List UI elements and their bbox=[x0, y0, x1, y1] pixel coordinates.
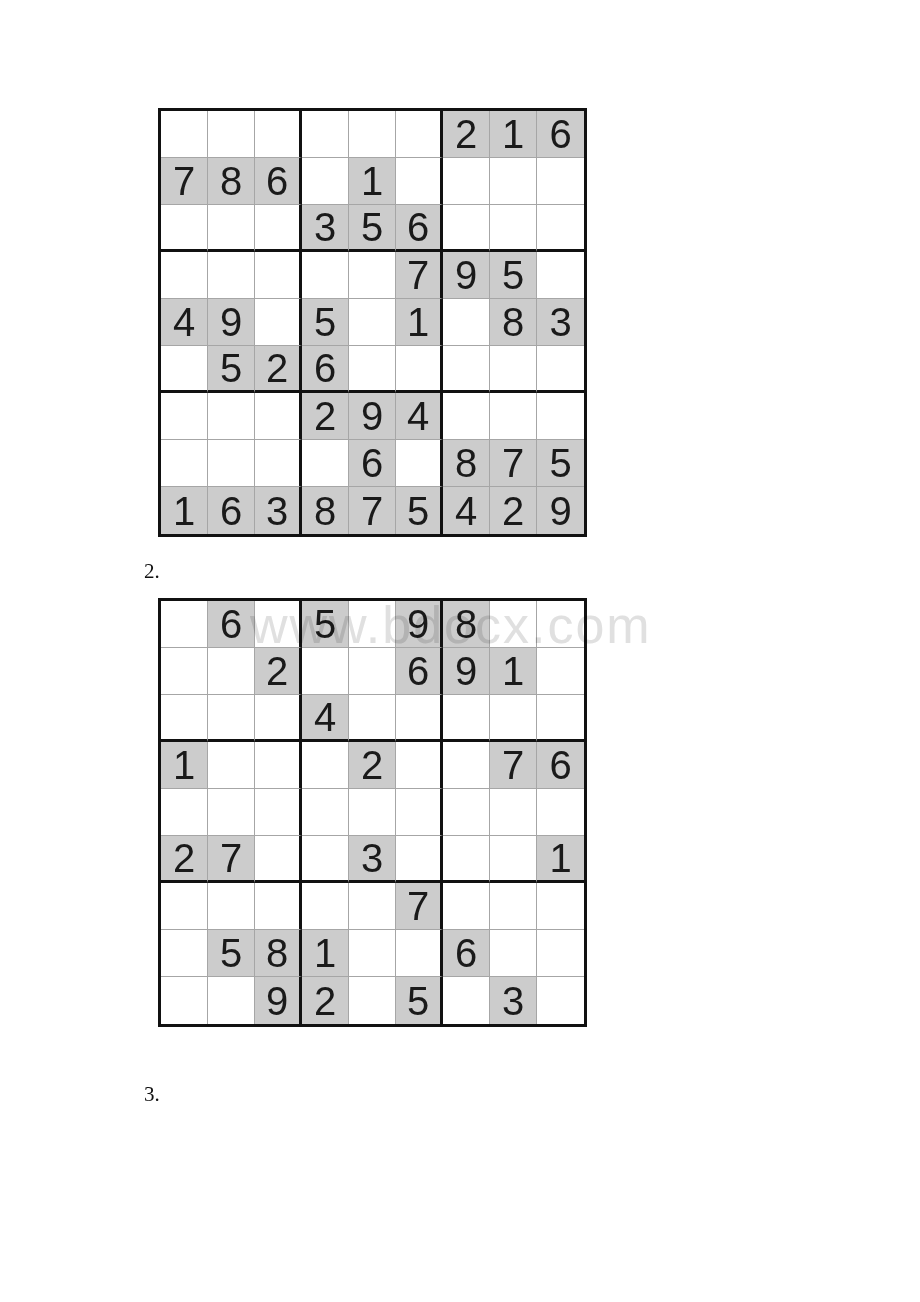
puzzle-1-cell-r1c6 bbox=[396, 111, 443, 158]
puzzle-2-cell-r7c3 bbox=[255, 883, 302, 930]
puzzle-2-cell-r8c5 bbox=[349, 930, 396, 977]
puzzle-2-cell-r6c8 bbox=[490, 836, 537, 883]
puzzle-2-cell-r9c3: 9 bbox=[255, 977, 302, 1024]
puzzle-2-cell-r2c8: 1 bbox=[490, 648, 537, 695]
puzzle-1-cell-r5c4: 5 bbox=[302, 299, 349, 346]
puzzle-1-cell-r7c3 bbox=[255, 393, 302, 440]
puzzle-1-cell-r6c5 bbox=[349, 346, 396, 393]
puzzle-1-cell-r4c3 bbox=[255, 252, 302, 299]
puzzle-2-cell-r4c8: 7 bbox=[490, 742, 537, 789]
puzzle-2-cell-r8c7: 6 bbox=[443, 930, 490, 977]
puzzle-1-cell-r1c7: 2 bbox=[443, 111, 490, 158]
puzzle-2-cell-r7c9 bbox=[537, 883, 584, 930]
puzzle-1-cell-r9c5: 7 bbox=[349, 487, 396, 534]
puzzle-2-cell-r3c7 bbox=[443, 695, 490, 742]
puzzle-1-cell-r2c2: 8 bbox=[208, 158, 255, 205]
puzzle-2-cell-r6c2: 7 bbox=[208, 836, 255, 883]
puzzle-1-cell-r4c4 bbox=[302, 252, 349, 299]
puzzle-2-label: 2. bbox=[144, 561, 160, 582]
puzzle-2-cell-r5c3 bbox=[255, 789, 302, 836]
puzzle-1-cell-r4c9 bbox=[537, 252, 584, 299]
puzzle-2-cell-r1c7: 8 bbox=[443, 601, 490, 648]
puzzle-2-cell-r5c7 bbox=[443, 789, 490, 836]
puzzle-1-cell-r2c7 bbox=[443, 158, 490, 205]
puzzle-1-cell-r1c4 bbox=[302, 111, 349, 158]
puzzle-1-cell-r7c6: 4 bbox=[396, 393, 443, 440]
puzzle-2-cell-r7c1 bbox=[161, 883, 208, 930]
puzzle-1-cell-r2c6 bbox=[396, 158, 443, 205]
puzzle-1-cell-r8c9: 5 bbox=[537, 440, 584, 487]
puzzle-2-cell-r9c6: 5 bbox=[396, 977, 443, 1024]
puzzle-1-cell-r5c8: 8 bbox=[490, 299, 537, 346]
puzzle-1-cell-r8c7: 8 bbox=[443, 440, 490, 487]
puzzle-2-cell-r5c2 bbox=[208, 789, 255, 836]
puzzle-2-cell-r9c2 bbox=[208, 977, 255, 1024]
puzzle-1-cell-r2c8 bbox=[490, 158, 537, 205]
puzzle-1-cell-r3c7 bbox=[443, 205, 490, 252]
puzzle-1-cell-r6c9 bbox=[537, 346, 584, 393]
puzzle-2-cell-r1c6: 9 bbox=[396, 601, 443, 648]
puzzle-1-cell-r8c8: 7 bbox=[490, 440, 537, 487]
puzzle-1-cell-r2c3: 6 bbox=[255, 158, 302, 205]
puzzle-2-cell-r7c8 bbox=[490, 883, 537, 930]
puzzle-1-cell-r3c9 bbox=[537, 205, 584, 252]
puzzle-1-cell-r1c3 bbox=[255, 111, 302, 158]
puzzle-2-cell-r8c3: 8 bbox=[255, 930, 302, 977]
puzzle-1-cell-r4c1 bbox=[161, 252, 208, 299]
puzzle-1-cell-r7c2 bbox=[208, 393, 255, 440]
puzzle-2-cell-r8c1 bbox=[161, 930, 208, 977]
puzzle-1-cell-r2c1: 7 bbox=[161, 158, 208, 205]
puzzle-2-cell-r4c3 bbox=[255, 742, 302, 789]
puzzle-2-cell-r3c1 bbox=[161, 695, 208, 742]
puzzle-2-cell-r4c7 bbox=[443, 742, 490, 789]
puzzle-1-cell-r7c4: 2 bbox=[302, 393, 349, 440]
sudoku-grid-1: 21678613567954951835262946875163875429 bbox=[158, 108, 587, 537]
puzzle-1-cell-r9c3: 3 bbox=[255, 487, 302, 534]
puzzle-2-cell-r3c8 bbox=[490, 695, 537, 742]
puzzle-1-cell-r6c2: 5 bbox=[208, 346, 255, 393]
puzzle-2-cell-r2c6: 6 bbox=[396, 648, 443, 695]
puzzle-1-cell-r6c6 bbox=[396, 346, 443, 393]
puzzle-2-cell-r2c4 bbox=[302, 648, 349, 695]
puzzle-2-cell-r4c4 bbox=[302, 742, 349, 789]
puzzle-1-cell-r3c1 bbox=[161, 205, 208, 252]
puzzle-2-cell-r6c7 bbox=[443, 836, 490, 883]
puzzle-2-cell-r6c1: 2 bbox=[161, 836, 208, 883]
puzzle-1-cell-r8c3 bbox=[255, 440, 302, 487]
puzzle-1-cell-r4c8: 5 bbox=[490, 252, 537, 299]
puzzle-2-cell-r9c5 bbox=[349, 977, 396, 1024]
puzzle-3-label: 3. bbox=[144, 1084, 160, 1105]
puzzle-1-cell-r4c5 bbox=[349, 252, 396, 299]
puzzle-2-cell-r8c6 bbox=[396, 930, 443, 977]
puzzle-2-cell-r3c3 bbox=[255, 695, 302, 742]
puzzle-1-cell-r3c2 bbox=[208, 205, 255, 252]
puzzle-2-cell-r3c5 bbox=[349, 695, 396, 742]
puzzle-2-cell-r7c7 bbox=[443, 883, 490, 930]
puzzle-2-cell-r6c9: 1 bbox=[537, 836, 584, 883]
puzzle-2-cell-r1c4: 5 bbox=[302, 601, 349, 648]
puzzle-2-cell-r5c1 bbox=[161, 789, 208, 836]
puzzle-2-cell-r5c5 bbox=[349, 789, 396, 836]
puzzle-1-cell-r3c8 bbox=[490, 205, 537, 252]
puzzle-1-cell-r9c2: 6 bbox=[208, 487, 255, 534]
puzzle-2-cell-r7c5 bbox=[349, 883, 396, 930]
puzzle-2-cell-r9c8: 3 bbox=[490, 977, 537, 1024]
puzzle-2-cell-r3c9 bbox=[537, 695, 584, 742]
puzzle-1-cell-r2c9 bbox=[537, 158, 584, 205]
puzzle-1-cell-r5c5 bbox=[349, 299, 396, 346]
puzzle-2-cell-r8c8 bbox=[490, 930, 537, 977]
puzzle-1-cell-r4c7: 9 bbox=[443, 252, 490, 299]
puzzle-2-cell-r2c7: 9 bbox=[443, 648, 490, 695]
puzzle-1-cell-r6c4: 6 bbox=[302, 346, 349, 393]
puzzle-2-cell-r4c1: 1 bbox=[161, 742, 208, 789]
puzzle-1-cell-r6c7 bbox=[443, 346, 490, 393]
puzzle-2-cell-r6c5: 3 bbox=[349, 836, 396, 883]
puzzle-2-cell-r9c1 bbox=[161, 977, 208, 1024]
puzzle-1-cell-r9c8: 2 bbox=[490, 487, 537, 534]
puzzle-1-cell-r4c6: 7 bbox=[396, 252, 443, 299]
puzzle-1-cell-r9c7: 4 bbox=[443, 487, 490, 534]
puzzle-1-cell-r7c8 bbox=[490, 393, 537, 440]
puzzle-2-cell-r4c2 bbox=[208, 742, 255, 789]
puzzle-2-cell-r7c2 bbox=[208, 883, 255, 930]
puzzle-2-cell-r9c9 bbox=[537, 977, 584, 1024]
puzzle-1-cell-r2c4 bbox=[302, 158, 349, 205]
sudoku-grid-2: 65982691412762731758169253 bbox=[158, 598, 587, 1027]
puzzle-2-cell-r9c7 bbox=[443, 977, 490, 1024]
puzzle-2-cell-r4c9: 6 bbox=[537, 742, 584, 789]
puzzle-2-cell-r6c4 bbox=[302, 836, 349, 883]
puzzle-1-cell-r6c8 bbox=[490, 346, 537, 393]
puzzle-1-cell-r9c1: 1 bbox=[161, 487, 208, 534]
puzzle-2-cell-r4c5: 2 bbox=[349, 742, 396, 789]
puzzle-1-cell-r1c2 bbox=[208, 111, 255, 158]
puzzle-2-cell-r7c6: 7 bbox=[396, 883, 443, 930]
puzzle-1-cell-r1c1 bbox=[161, 111, 208, 158]
puzzle-2-cell-r6c3 bbox=[255, 836, 302, 883]
puzzle-1-cell-r2c5: 1 bbox=[349, 158, 396, 205]
puzzle-1-cell-r6c1 bbox=[161, 346, 208, 393]
puzzle-1-cell-r9c9: 9 bbox=[537, 487, 584, 534]
puzzle-2-cell-r2c2 bbox=[208, 648, 255, 695]
puzzle-2-cell-r2c9 bbox=[537, 648, 584, 695]
puzzle-1-cell-r7c1 bbox=[161, 393, 208, 440]
puzzle-2-cell-r5c4 bbox=[302, 789, 349, 836]
puzzle-1-cell-r5c3 bbox=[255, 299, 302, 346]
puzzle-2-cell-r1c2: 6 bbox=[208, 601, 255, 648]
puzzle-2-cell-r5c8 bbox=[490, 789, 537, 836]
puzzle-1-cell-r1c5 bbox=[349, 111, 396, 158]
puzzle-1-cell-r3c5: 5 bbox=[349, 205, 396, 252]
puzzle-2-cell-r9c4: 2 bbox=[302, 977, 349, 1024]
puzzle-1-cell-r8c1 bbox=[161, 440, 208, 487]
puzzle-2-cell-r5c6 bbox=[396, 789, 443, 836]
puzzle-1-cell-r9c6: 5 bbox=[396, 487, 443, 534]
puzzle-1-cell-r3c6: 6 bbox=[396, 205, 443, 252]
puzzle-1-cell-r8c6 bbox=[396, 440, 443, 487]
worksheet-page: 21678613567954951835262946875163875429 2… bbox=[0, 0, 920, 1302]
puzzle-2-cell-r6c6 bbox=[396, 836, 443, 883]
puzzle-2-cell-r8c2: 5 bbox=[208, 930, 255, 977]
puzzle-2-cell-r4c6 bbox=[396, 742, 443, 789]
puzzle-2-cell-r3c4: 4 bbox=[302, 695, 349, 742]
puzzle-1-cell-r7c9 bbox=[537, 393, 584, 440]
puzzle-2-cell-r1c1 bbox=[161, 601, 208, 648]
puzzle-2-cell-r2c3: 2 bbox=[255, 648, 302, 695]
puzzle-1-cell-r1c8: 1 bbox=[490, 111, 537, 158]
puzzle-1-cell-r3c4: 3 bbox=[302, 205, 349, 252]
puzzle-1-cell-r8c4 bbox=[302, 440, 349, 487]
puzzle-1-cell-r7c5: 9 bbox=[349, 393, 396, 440]
puzzle-1-cell-r5c7 bbox=[443, 299, 490, 346]
puzzle-2-cell-r8c9 bbox=[537, 930, 584, 977]
puzzle-1-cell-r5c9: 3 bbox=[537, 299, 584, 346]
puzzle-1-cell-r5c1: 4 bbox=[161, 299, 208, 346]
puzzle-1-cell-r7c7 bbox=[443, 393, 490, 440]
puzzle-1-cell-r4c2 bbox=[208, 252, 255, 299]
puzzle-1-cell-r5c2: 9 bbox=[208, 299, 255, 346]
puzzle-2-cell-r7c4 bbox=[302, 883, 349, 930]
puzzle-2-cell-r2c5 bbox=[349, 648, 396, 695]
puzzle-2-cell-r8c4: 1 bbox=[302, 930, 349, 977]
puzzle-1-cell-r1c9: 6 bbox=[537, 111, 584, 158]
puzzle-1-cell-r3c3 bbox=[255, 205, 302, 252]
puzzle-1-cell-r9c4: 8 bbox=[302, 487, 349, 534]
puzzle-2-cell-r1c3 bbox=[255, 601, 302, 648]
puzzle-2-cell-r1c8 bbox=[490, 601, 537, 648]
puzzle-1-cell-r5c6: 1 bbox=[396, 299, 443, 346]
puzzle-2-cell-r2c1 bbox=[161, 648, 208, 695]
puzzle-2-cell-r3c2 bbox=[208, 695, 255, 742]
puzzle-2-cell-r1c9 bbox=[537, 601, 584, 648]
puzzle-1-cell-r6c3: 2 bbox=[255, 346, 302, 393]
puzzle-2-cell-r1c5 bbox=[349, 601, 396, 648]
puzzle-1-cell-r8c5: 6 bbox=[349, 440, 396, 487]
puzzle-1-cell-r8c2 bbox=[208, 440, 255, 487]
puzzle-2-cell-r3c6 bbox=[396, 695, 443, 742]
puzzle-2-cell-r5c9 bbox=[537, 789, 584, 836]
